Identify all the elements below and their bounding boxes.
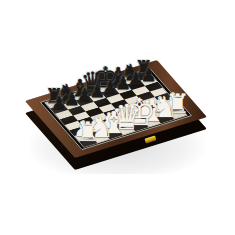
chess-set-product-photo: ♜♞♝♛♚♝♞♜♟♟♟♟♟♟♟♟♟♟♟♟♟♟♟♟♜♞♝♛♚♝♞♜ [0, 0, 235, 235]
